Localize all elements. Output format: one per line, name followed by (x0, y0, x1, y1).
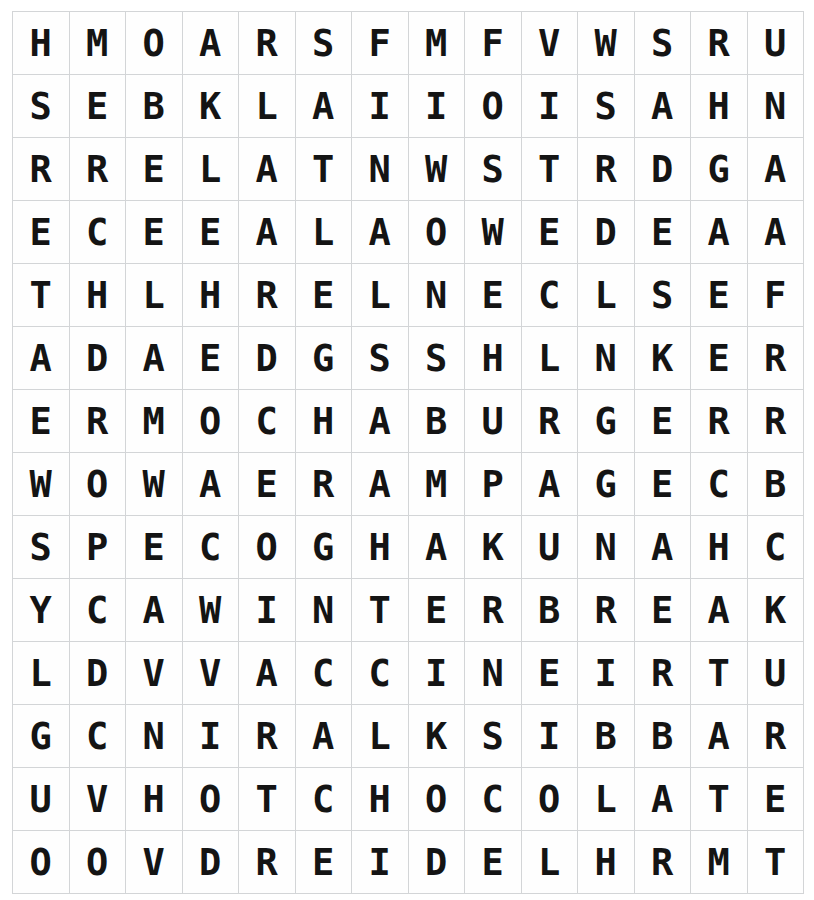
grid-cell[interactable]: W (409, 138, 465, 200)
grid-cell[interactable]: E (635, 453, 691, 515)
grid-cell[interactable]: B (126, 75, 182, 137)
grid-cell[interactable]: R (70, 138, 126, 200)
grid-cell[interactable]: E (13, 201, 69, 263)
grid-cell[interactable]: T (239, 768, 295, 830)
grid-cell[interactable]: C (465, 768, 521, 830)
grid-cell[interactable]: F (748, 264, 804, 326)
grid-cell[interactable]: A (748, 138, 804, 200)
grid-cell[interactable]: E (126, 516, 182, 578)
grid-cell[interactable]: G (296, 327, 352, 389)
grid-cell[interactable]: C (70, 705, 126, 767)
grid-cell[interactable]: A (239, 642, 295, 704)
grid-cell[interactable]: A (239, 138, 295, 200)
grid-cell[interactable]: T (13, 264, 69, 326)
grid-cell[interactable]: S (352, 327, 408, 389)
grid-cell[interactable]: H (13, 12, 69, 74)
grid-cell[interactable]: A (522, 453, 578, 515)
grid-cell[interactable]: N (578, 516, 634, 578)
grid-cell[interactable]: M (409, 453, 465, 515)
grid-cell[interactable]: H (578, 831, 634, 893)
grid-cell[interactable]: H (70, 264, 126, 326)
grid-cell[interactable]: M (70, 12, 126, 74)
grid-cell[interactable]: R (748, 327, 804, 389)
grid-cell[interactable]: M (126, 390, 182, 452)
grid-cell[interactable]: V (183, 642, 239, 704)
grid-cell[interactable]: K (635, 327, 691, 389)
grid-cell[interactable]: O (522, 768, 578, 830)
grid-cell[interactable]: T (748, 831, 804, 893)
grid-cell[interactable]: L (239, 75, 295, 137)
grid-cell[interactable]: A (126, 327, 182, 389)
grid-cell[interactable]: R (691, 390, 747, 452)
grid-cell[interactable]: A (691, 201, 747, 263)
grid-cell[interactable]: N (465, 642, 521, 704)
grid-cell[interactable]: A (635, 768, 691, 830)
grid-cell[interactable]: W (578, 12, 634, 74)
grid-cell[interactable]: A (691, 705, 747, 767)
grid-cell[interactable]: L (126, 264, 182, 326)
grid-cell[interactable]: A (748, 201, 804, 263)
grid-cell[interactable]: H (183, 264, 239, 326)
grid-cell[interactable]: L (13, 642, 69, 704)
grid-cell[interactable]: K (465, 516, 521, 578)
grid-cell[interactable]: H (296, 390, 352, 452)
grid-cell[interactable]: M (691, 831, 747, 893)
grid-cell[interactable]: C (183, 516, 239, 578)
grid-cell[interactable]: A (239, 201, 295, 263)
grid-cell[interactable]: T (522, 138, 578, 200)
grid-cell[interactable]: R (465, 579, 521, 641)
grid-cell[interactable]: D (183, 831, 239, 893)
grid-cell[interactable]: R (635, 831, 691, 893)
grid-cell[interactable]: L (578, 768, 634, 830)
grid-cell[interactable]: D (578, 201, 634, 263)
grid-cell[interactable]: O (126, 12, 182, 74)
grid-cell[interactable]: L (522, 831, 578, 893)
grid-cell[interactable]: S (296, 12, 352, 74)
grid-cell[interactable]: E (522, 642, 578, 704)
grid-cell[interactable]: B (522, 579, 578, 641)
grid-cell[interactable]: G (296, 516, 352, 578)
grid-cell[interactable]: R (578, 579, 634, 641)
grid-cell[interactable]: L (296, 201, 352, 263)
grid-cell[interactable]: I (183, 705, 239, 767)
grid-cell[interactable]: C (70, 201, 126, 263)
grid-cell[interactable]: R (296, 453, 352, 515)
grid-cell[interactable]: A (126, 579, 182, 641)
grid-cell[interactable]: S (13, 516, 69, 578)
grid-cell[interactable]: C (296, 768, 352, 830)
grid-cell[interactable]: U (748, 12, 804, 74)
grid-cell[interactable]: O (465, 75, 521, 137)
grid-cell[interactable]: S (465, 138, 521, 200)
grid-cell[interactable]: L (352, 264, 408, 326)
grid-cell[interactable]: L (578, 264, 634, 326)
grid-cell[interactable]: V (126, 831, 182, 893)
grid-cell[interactable]: A (352, 453, 408, 515)
grid-cell[interactable]: R (239, 12, 295, 74)
grid-cell[interactable]: K (748, 579, 804, 641)
grid-cell[interactable]: E (70, 75, 126, 137)
grid-cell[interactable]: A (691, 579, 747, 641)
grid-cell[interactable]: O (239, 516, 295, 578)
grid-cell[interactable]: N (352, 138, 408, 200)
grid-cell[interactable]: Y (13, 579, 69, 641)
grid-cell[interactable]: E (635, 579, 691, 641)
grid-cell[interactable]: H (691, 516, 747, 578)
grid-cell[interactable]: I (239, 579, 295, 641)
grid-cell[interactable]: E (691, 264, 747, 326)
grid-cell[interactable]: H (691, 75, 747, 137)
grid-cell[interactable]: W (13, 453, 69, 515)
grid-cell[interactable]: S (13, 75, 69, 137)
grid-cell[interactable]: N (296, 579, 352, 641)
grid-cell[interactable]: A (13, 327, 69, 389)
grid-cell[interactable]: M (409, 12, 465, 74)
grid-cell[interactable]: O (70, 831, 126, 893)
grid-cell[interactable]: L (522, 327, 578, 389)
grid-cell[interactable]: I (522, 75, 578, 137)
grid-cell[interactable]: G (578, 390, 634, 452)
grid-cell[interactable]: D (70, 327, 126, 389)
grid-cell[interactable]: E (13, 390, 69, 452)
grid-cell[interactable]: R (70, 390, 126, 452)
grid-cell[interactable]: E (183, 201, 239, 263)
grid-cell[interactable]: U (465, 390, 521, 452)
grid-cell[interactable]: R (635, 642, 691, 704)
grid-cell[interactable]: H (126, 768, 182, 830)
grid-cell[interactable]: R (578, 138, 634, 200)
grid-cell[interactable]: T (691, 642, 747, 704)
grid-cell[interactable]: E (183, 327, 239, 389)
grid-cell[interactable]: O (70, 453, 126, 515)
grid-cell[interactable]: U (748, 642, 804, 704)
grid-cell[interactable]: A (635, 516, 691, 578)
grid-cell[interactable]: A (635, 75, 691, 137)
grid-cell[interactable]: E (409, 579, 465, 641)
grid-cell[interactable]: U (522, 516, 578, 578)
grid-cell[interactable]: U (13, 768, 69, 830)
grid-cell[interactable]: G (691, 138, 747, 200)
grid-cell[interactable]: A (352, 201, 408, 263)
grid-cell[interactable]: E (522, 201, 578, 263)
grid-cell[interactable]: I (578, 642, 634, 704)
grid-cell[interactable]: F (352, 12, 408, 74)
grid-cell[interactable]: A (409, 516, 465, 578)
grid-cell[interactable]: S (578, 75, 634, 137)
grid-cell[interactable]: V (126, 642, 182, 704)
grid-cell[interactable]: C (352, 642, 408, 704)
grid-cell[interactable]: E (748, 768, 804, 830)
grid-cell[interactable]: F (465, 12, 521, 74)
grid-cell[interactable]: W (465, 201, 521, 263)
grid-cell[interactable]: E (691, 327, 747, 389)
grid-cell[interactable]: R (748, 705, 804, 767)
grid-cell[interactable]: C (239, 390, 295, 452)
grid-cell[interactable]: C (691, 453, 747, 515)
grid-cell[interactable]: E (239, 453, 295, 515)
grid-cell[interactable]: C (70, 579, 126, 641)
grid-cell[interactable]: E (126, 138, 182, 200)
grid-cell[interactable]: I (409, 642, 465, 704)
grid-cell[interactable]: E (296, 264, 352, 326)
grid-cell[interactable]: O (183, 390, 239, 452)
grid-cell[interactable]: R (522, 390, 578, 452)
grid-cell[interactable]: G (578, 453, 634, 515)
grid-cell[interactable]: A (296, 705, 352, 767)
grid-cell[interactable]: E (635, 390, 691, 452)
grid-cell[interactable]: S (635, 12, 691, 74)
grid-cell[interactable]: B (409, 390, 465, 452)
grid-cell[interactable]: N (578, 327, 634, 389)
grid-cell[interactable]: D (409, 831, 465, 893)
grid-cell[interactable]: V (70, 768, 126, 830)
grid-cell[interactable]: A (352, 390, 408, 452)
grid-cell[interactable]: E (465, 831, 521, 893)
grid-cell[interactable]: P (465, 453, 521, 515)
grid-cell[interactable]: R (691, 12, 747, 74)
grid-cell[interactable]: E (296, 831, 352, 893)
grid-cell[interactable]: S (465, 705, 521, 767)
grid-cell[interactable]: O (13, 831, 69, 893)
grid-cell[interactable]: L (183, 138, 239, 200)
grid-cell[interactable]: R (13, 138, 69, 200)
grid-cell[interactable]: B (748, 453, 804, 515)
grid-cell[interactable]: K (409, 705, 465, 767)
grid-cell[interactable]: C (748, 516, 804, 578)
grid-cell[interactable]: S (409, 327, 465, 389)
grid-cell[interactable]: E (465, 264, 521, 326)
grid-cell[interactable]: V (522, 12, 578, 74)
word-search-board: HMOARSFMFVWSRUSEBKLAIIOISAHNRRELATNWSTRD… (12, 11, 804, 894)
grid-cell[interactable]: I (352, 831, 408, 893)
grid-cell[interactable]: I (409, 75, 465, 137)
grid-cell[interactable]: I (522, 705, 578, 767)
grid-cell[interactable]: H (465, 327, 521, 389)
grid-cell[interactable]: N (409, 264, 465, 326)
grid-cell[interactable]: R (239, 264, 295, 326)
grid-cell[interactable]: P (70, 516, 126, 578)
grid-cell[interactable]: E (635, 201, 691, 263)
grid-cell[interactable]: D (239, 327, 295, 389)
grid-cell[interactable]: B (635, 705, 691, 767)
grid-cell[interactable]: K (183, 75, 239, 137)
grid-cell[interactable]: A (296, 75, 352, 137)
grid-cell[interactable]: B (578, 705, 634, 767)
grid-cell[interactable]: S (635, 264, 691, 326)
grid-cell[interactable]: T (691, 768, 747, 830)
grid-cell[interactable]: O (183, 768, 239, 830)
grid-cell[interactable]: G (13, 705, 69, 767)
grid-cell[interactable]: W (183, 579, 239, 641)
grid-cell[interactable]: D (635, 138, 691, 200)
grid-cell[interactable]: H (352, 516, 408, 578)
grid-cell[interactable]: H (352, 768, 408, 830)
grid-cell[interactable]: E (126, 201, 182, 263)
grid-cell[interactable]: L (352, 705, 408, 767)
grid-cell[interactable]: R (748, 390, 804, 452)
grid-cell[interactable]: T (296, 138, 352, 200)
grid-cell[interactable]: C (522, 264, 578, 326)
grid-cell[interactable]: N (748, 75, 804, 137)
grid-cell[interactable]: O (409, 768, 465, 830)
grid-cell[interactable]: A (183, 453, 239, 515)
grid-cell[interactable]: N (126, 705, 182, 767)
grid-cell[interactable]: I (352, 75, 408, 137)
grid-cell[interactable]: D (70, 642, 126, 704)
grid-cell[interactable]: T (352, 579, 408, 641)
grid-cell[interactable]: C (296, 642, 352, 704)
grid-cell[interactable]: R (239, 705, 295, 767)
grid-cell[interactable]: O (409, 201, 465, 263)
grid-cell[interactable]: W (126, 453, 182, 515)
grid-cell[interactable]: R (239, 831, 295, 893)
grid-cell[interactable]: A (183, 12, 239, 74)
